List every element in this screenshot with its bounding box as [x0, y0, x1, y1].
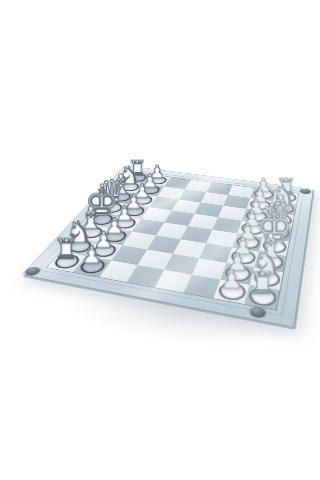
black-rook-glyph: ♜ [234, 267, 289, 298]
white-pawn-glyph: ♟ [66, 244, 116, 268]
glass-chess-set-photo: ♜♟♞♟♟♝♜♟♟♛♞♟♟♚♝♟♟♝♛♟♟♞♚♟♟♜♝♟♟♞♟♜ [0, 0, 320, 480]
